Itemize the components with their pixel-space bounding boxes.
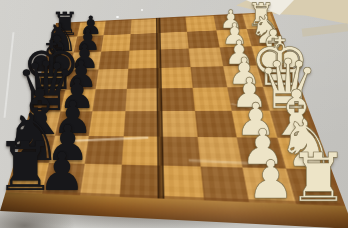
square-a4[interactable] [160, 166, 204, 201]
square-g5[interactable] [129, 33, 158, 51]
square-e4[interactable] [159, 67, 193, 88]
square-a5[interactable] [120, 165, 161, 199]
piece-white-rook-a1[interactable]: ♜ [288, 145, 348, 212]
square-e5[interactable] [127, 68, 159, 89]
square-f5[interactable] [128, 50, 159, 69]
square-g3[interactable] [187, 30, 220, 48]
square-b4[interactable] [160, 137, 201, 167]
square-e6[interactable] [96, 69, 129, 90]
dust-speck [116, 16, 119, 18]
square-g6[interactable] [101, 34, 130, 51]
square-d5[interactable] [125, 88, 159, 111]
square-d4[interactable] [159, 88, 195, 111]
square-h3[interactable] [185, 15, 216, 32]
square-b5[interactable] [122, 136, 161, 165]
piece-black-pawn-a7[interactable]: ♟ [38, 146, 85, 199]
square-g4[interactable] [158, 32, 188, 50]
square-f3[interactable] [189, 47, 224, 67]
square-h6[interactable] [104, 19, 132, 35]
square-c4[interactable] [160, 111, 198, 137]
square-h4[interactable] [158, 16, 187, 33]
square-d3[interactable] [193, 87, 232, 111]
square-c5[interactable] [124, 111, 160, 137]
square-f6[interactable] [99, 51, 130, 70]
square-f4[interactable] [159, 49, 191, 68]
dust-speck [141, 9, 143, 11]
square-h5[interactable] [131, 18, 159, 34]
square-e3[interactable] [191, 66, 228, 88]
photo-stage: ♜♟♟♜♞♟♟♞♝♟♟♝♚♟♟♚♛♟♟♛♝♟♟♝♞♟♟♞♜♟♟♜ [0, 0, 348, 228]
